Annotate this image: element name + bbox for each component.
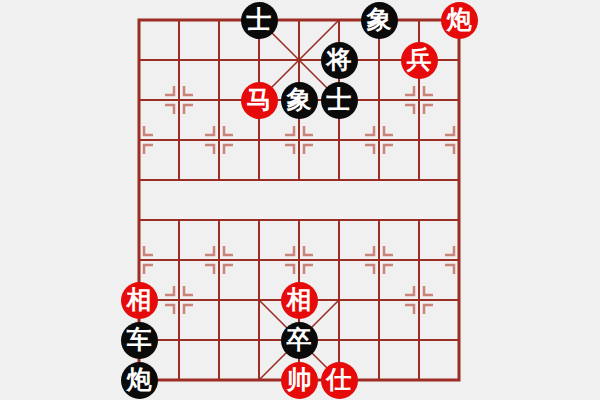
piece-red-soldier[interactable]: 兵 (401, 42, 438, 79)
piece-glyph: 象 (287, 87, 312, 112)
piece-glyph: 仕 (327, 367, 352, 392)
piece-glyph: 将 (327, 47, 352, 72)
piece-glyph: 炮 (447, 7, 472, 32)
piece-black-advisor[interactable]: 士 (241, 2, 278, 39)
xiangqi-app: 士象炮将兵马象士相相车卒炮帅仕 (0, 0, 600, 400)
piece-glyph: 兵 (407, 47, 432, 72)
piece-glyph: 士 (327, 87, 352, 112)
piece-glyph: 马 (247, 87, 272, 112)
piece-black-soldier[interactable]: 卒 (281, 322, 318, 359)
piece-glyph: 帅 (287, 367, 312, 392)
xiangqi-board[interactable]: 士象炮将兵马象士相相车卒炮帅仕 (139, 20, 459, 380)
piece-red-elephant[interactable]: 相 (281, 282, 318, 319)
piece-glyph: 象 (367, 7, 392, 32)
piece-glyph: 相 (127, 287, 152, 312)
piece-black-elephant[interactable]: 象 (281, 82, 318, 119)
piece-black-cannon[interactable]: 炮 (121, 362, 158, 399)
piece-glyph: 相 (287, 287, 312, 312)
piece-black-advisor[interactable]: 士 (321, 82, 358, 119)
piece-black-general[interactable]: 将 (321, 42, 358, 79)
piece-black-elephant[interactable]: 象 (361, 2, 398, 39)
piece-red-cannon[interactable]: 炮 (441, 2, 478, 39)
piece-glyph: 士 (247, 7, 272, 32)
piece-glyph: 车 (127, 327, 152, 352)
piece-red-horse[interactable]: 马 (241, 82, 278, 119)
piece-red-elephant[interactable]: 相 (121, 282, 158, 319)
piece-red-general[interactable]: 帅 (281, 362, 318, 399)
piece-black-chariot[interactable]: 车 (121, 322, 158, 359)
piece-red-advisor[interactable]: 仕 (321, 362, 358, 399)
piece-glyph: 卒 (287, 327, 312, 352)
piece-glyph: 炮 (127, 367, 152, 392)
